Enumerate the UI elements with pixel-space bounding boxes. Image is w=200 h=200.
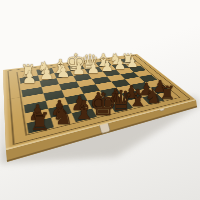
photo-background: ♜♞♝♛♚♝♞♜♟♟♟♟♟♟♟♟♟♟♟♟♟♟♟♟♜♞♝♛♚♝♞♜: [0, 0, 200, 200]
